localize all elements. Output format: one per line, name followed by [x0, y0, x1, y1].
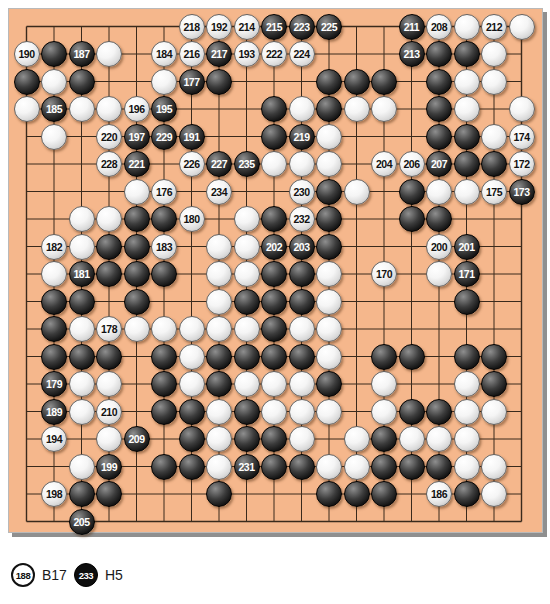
- black-stone: [426, 399, 452, 425]
- white-stone: [426, 426, 452, 452]
- black-stone: [179, 399, 205, 425]
- white-stone: [344, 426, 370, 452]
- black-stone-215: 215: [261, 14, 287, 40]
- white-stone: [261, 399, 287, 425]
- white-stone: [399, 426, 425, 452]
- black-stone-199: 199: [96, 454, 122, 480]
- black-stone-191: 191: [179, 124, 205, 150]
- white-stone: [234, 371, 260, 397]
- black-stone-225: 225: [316, 14, 342, 40]
- black-stone: [289, 344, 315, 370]
- caption-black-point: H5: [105, 567, 123, 583]
- black-stone: [261, 454, 287, 480]
- black-stone: [399, 454, 425, 480]
- white-stone: [481, 69, 507, 95]
- white-stone-170: 170: [371, 261, 397, 287]
- black-stone: [41, 344, 67, 370]
- white-stone-220: 220: [96, 124, 122, 150]
- black-stone: [371, 69, 397, 95]
- black-stone: [41, 41, 67, 67]
- white-stone: [371, 399, 397, 425]
- white-stone: [41, 124, 67, 150]
- white-stone: [234, 316, 260, 342]
- black-stone-197: 197: [124, 124, 150, 150]
- white-stone: [289, 426, 315, 452]
- black-stone: [69, 481, 95, 507]
- black-stone: [426, 206, 452, 232]
- black-stone: [69, 289, 95, 315]
- white-stone-184: 184: [151, 41, 177, 67]
- white-stone: [371, 96, 397, 122]
- black-stone: [289, 454, 315, 480]
- white-stone: [481, 41, 507, 67]
- white-stone: [96, 426, 122, 452]
- black-stone: [261, 261, 287, 287]
- white-stone: [481, 481, 507, 507]
- white-stone-178: 178: [96, 316, 122, 342]
- white-stone: [69, 234, 95, 260]
- white-stone: [96, 206, 122, 232]
- white-stone: [344, 179, 370, 205]
- white-stone: [316, 289, 342, 315]
- white-stone: [454, 371, 480, 397]
- black-stone-229: 229: [151, 124, 177, 150]
- black-stone: [69, 344, 95, 370]
- white-stone: [426, 261, 452, 287]
- white-stone-218: 218: [179, 14, 205, 40]
- black-stone: [261, 124, 287, 150]
- black-stone: [41, 316, 67, 342]
- black-stone-189: 189: [41, 399, 67, 425]
- white-stone: [41, 261, 67, 287]
- white-stone-230: 230: [289, 179, 315, 205]
- white-stone: [289, 96, 315, 122]
- white-stone: [316, 399, 342, 425]
- white-stone-193: 193: [234, 41, 260, 67]
- white-stone: [69, 454, 95, 480]
- black-stone-217: 217: [206, 41, 232, 67]
- white-stone: [234, 261, 260, 287]
- black-stone: [124, 289, 150, 315]
- white-stone: [481, 399, 507, 425]
- black-stone: [234, 344, 260, 370]
- white-stone: [289, 316, 315, 342]
- white-stone-175: 175: [481, 179, 507, 205]
- black-stone: [316, 179, 342, 205]
- white-stone: [371, 371, 397, 397]
- white-stone: [289, 399, 315, 425]
- black-stone: [454, 124, 480, 150]
- black-stone: [261, 426, 287, 452]
- white-stone-183: 183: [151, 234, 177, 260]
- black-stone: [151, 206, 177, 232]
- black-stone: [316, 371, 342, 397]
- black-stone-201: 201: [454, 234, 480, 260]
- white-stone-216: 216: [179, 41, 205, 67]
- black-stone: [261, 206, 287, 232]
- black-stone-219: 219: [289, 124, 315, 150]
- black-stone-187: 187: [69, 41, 95, 67]
- black-stone: [426, 124, 452, 150]
- white-stone: [14, 96, 40, 122]
- black-stone: [206, 371, 232, 397]
- white-stone-196: 196: [124, 96, 150, 122]
- black-stone: [344, 481, 370, 507]
- white-stone: [316, 261, 342, 287]
- black-stone: [261, 289, 287, 315]
- white-stone: [289, 371, 315, 397]
- black-stone: [124, 234, 150, 260]
- black-stone-173: 173: [509, 179, 535, 205]
- black-stone: [454, 289, 480, 315]
- white-stone: [509, 14, 535, 40]
- black-stone: [124, 206, 150, 232]
- black-stone: [289, 261, 315, 287]
- black-stone-203: 203: [289, 234, 315, 260]
- white-stone: [96, 41, 122, 67]
- black-stone-231: 231: [234, 454, 260, 480]
- black-stone: [234, 426, 260, 452]
- white-stone: [179, 371, 205, 397]
- black-stone: [289, 289, 315, 315]
- black-stone-209: 209: [124, 426, 150, 452]
- black-stone: [481, 344, 507, 370]
- black-stone: [206, 344, 232, 370]
- black-stone-195: 195: [151, 96, 177, 122]
- white-stone: [454, 399, 480, 425]
- white-stone-222: 222: [261, 41, 287, 67]
- black-stone-211: 211: [399, 14, 425, 40]
- white-stone: [206, 426, 232, 452]
- black-stone: [179, 454, 205, 480]
- white-stone: [206, 454, 232, 480]
- white-stone-176: 176: [151, 179, 177, 205]
- black-stone: [261, 344, 287, 370]
- white-stone: [124, 179, 150, 205]
- black-stone: [151, 344, 177, 370]
- black-stone-177: 177: [179, 69, 205, 95]
- white-stone-208: 208: [426, 14, 452, 40]
- black-stone: [316, 96, 342, 122]
- white-stone-232: 232: [289, 206, 315, 232]
- white-stone: [261, 371, 287, 397]
- black-stone: [426, 41, 452, 67]
- black-stone: [316, 481, 342, 507]
- white-stone: [509, 96, 535, 122]
- white-stone: [206, 289, 232, 315]
- black-stone: [344, 69, 370, 95]
- black-stone-202: 202: [261, 234, 287, 260]
- black-stone: [399, 179, 425, 205]
- white-stone: [344, 96, 370, 122]
- white-stone-204: 204: [371, 151, 397, 177]
- black-stone: [261, 96, 287, 122]
- black-stone: [399, 206, 425, 232]
- white-stone-228: 228: [96, 151, 122, 177]
- black-stone: [481, 151, 507, 177]
- white-stone: [481, 454, 507, 480]
- white-stone: [69, 96, 95, 122]
- white-stone: [454, 14, 480, 40]
- white-stone: [124, 316, 150, 342]
- white-stone: [454, 69, 480, 95]
- white-stone: [316, 124, 342, 150]
- white-stone-226: 226: [179, 151, 205, 177]
- white-stone: [234, 206, 260, 232]
- black-stone: [41, 289, 67, 315]
- black-stone: [316, 206, 342, 232]
- white-stone-194: 194: [41, 426, 67, 452]
- white-stone: [344, 454, 370, 480]
- white-stone: [316, 344, 342, 370]
- white-stone: [316, 454, 342, 480]
- black-stone-223: 223: [289, 14, 315, 40]
- caption-black-stone-icon: 233: [74, 563, 98, 587]
- black-stone-207: 207: [426, 151, 452, 177]
- white-stone-198: 198: [41, 481, 67, 507]
- white-stone-180: 180: [179, 206, 205, 232]
- black-stone: [426, 69, 452, 95]
- white-stone: [234, 234, 260, 260]
- black-stone-227: 227: [206, 151, 232, 177]
- white-stone: [454, 426, 480, 452]
- black-stone: [261, 316, 287, 342]
- white-stone-172: 172: [509, 151, 535, 177]
- white-stone-186: 186: [426, 481, 452, 507]
- black-stone: [151, 371, 177, 397]
- black-stone-171: 171: [454, 261, 480, 287]
- white-stone-192: 192: [206, 14, 232, 40]
- black-stone: [399, 344, 425, 370]
- black-stone: [371, 426, 397, 452]
- black-stone: [151, 399, 177, 425]
- black-stone: [316, 69, 342, 95]
- caption-white-point: B17: [42, 567, 67, 583]
- white-stone-182: 182: [41, 234, 67, 260]
- white-stone-190: 190: [14, 41, 40, 67]
- white-stone: [69, 399, 95, 425]
- black-stone: [454, 481, 480, 507]
- black-stone: [96, 261, 122, 287]
- black-stone: [96, 481, 122, 507]
- white-stone-212: 212: [481, 14, 507, 40]
- black-stone-185: 185: [41, 96, 67, 122]
- white-stone: [454, 454, 480, 480]
- white-stone: [69, 206, 95, 232]
- black-stone: [316, 234, 342, 260]
- white-stone: [454, 179, 480, 205]
- white-stone-200: 200: [426, 234, 452, 260]
- white-stone: [41, 69, 67, 95]
- black-stone: [14, 69, 40, 95]
- white-stone-234: 234: [206, 179, 232, 205]
- white-stone: [96, 96, 122, 122]
- white-stone: [261, 151, 287, 177]
- black-stone: [234, 289, 260, 315]
- white-stone-214: 214: [234, 14, 260, 40]
- black-stone-221: 221: [124, 151, 150, 177]
- black-stone: [124, 261, 150, 287]
- black-stone: [96, 344, 122, 370]
- black-stone: [399, 399, 425, 425]
- white-stone: [96, 371, 122, 397]
- caption: 188 B17 233 H5: [11, 561, 123, 589]
- black-stone: [426, 454, 452, 480]
- white-stone: [289, 151, 315, 177]
- white-stone: [69, 316, 95, 342]
- white-stone: [69, 371, 95, 397]
- white-stone-206: 206: [399, 151, 425, 177]
- black-stone-181: 181: [69, 261, 95, 287]
- black-stone: [371, 481, 397, 507]
- black-stone: [151, 454, 177, 480]
- white-stone: [316, 316, 342, 342]
- black-stone: [206, 481, 232, 507]
- black-stone: [206, 69, 232, 95]
- black-stone: [371, 344, 397, 370]
- white-stone: [151, 69, 177, 95]
- caption-white-stone-icon: 188: [11, 563, 35, 587]
- white-stone: [179, 316, 205, 342]
- white-stone: [316, 151, 342, 177]
- white-stone: [179, 344, 205, 370]
- black-stone: [151, 261, 177, 287]
- black-stone: [179, 426, 205, 452]
- black-stone: [96, 234, 122, 260]
- black-stone-235: 235: [234, 151, 260, 177]
- white-stone: [454, 96, 480, 122]
- black-stone-213: 213: [399, 41, 425, 67]
- white-stone: [151, 316, 177, 342]
- white-stone: [481, 124, 507, 150]
- black-stone: [454, 41, 480, 67]
- white-stone: [206, 399, 232, 425]
- black-stone: [454, 151, 480, 177]
- white-stone-224: 224: [289, 41, 315, 67]
- black-stone: [481, 371, 507, 397]
- black-stone-205: 205: [69, 509, 95, 535]
- black-stone: [234, 399, 260, 425]
- go-board: 2181922142152232252112082121901871842162…: [8, 8, 543, 533]
- black-stone: [69, 69, 95, 95]
- white-stone: [206, 261, 232, 287]
- white-stone: [206, 234, 232, 260]
- white-stone-174: 174: [509, 124, 535, 150]
- white-stone: [206, 316, 232, 342]
- black-stone: [426, 96, 452, 122]
- white-stone: [426, 179, 452, 205]
- black-stone: [454, 344, 480, 370]
- black-stone: [371, 454, 397, 480]
- white-stone-210: 210: [96, 399, 122, 425]
- black-stone-179: 179: [41, 371, 67, 397]
